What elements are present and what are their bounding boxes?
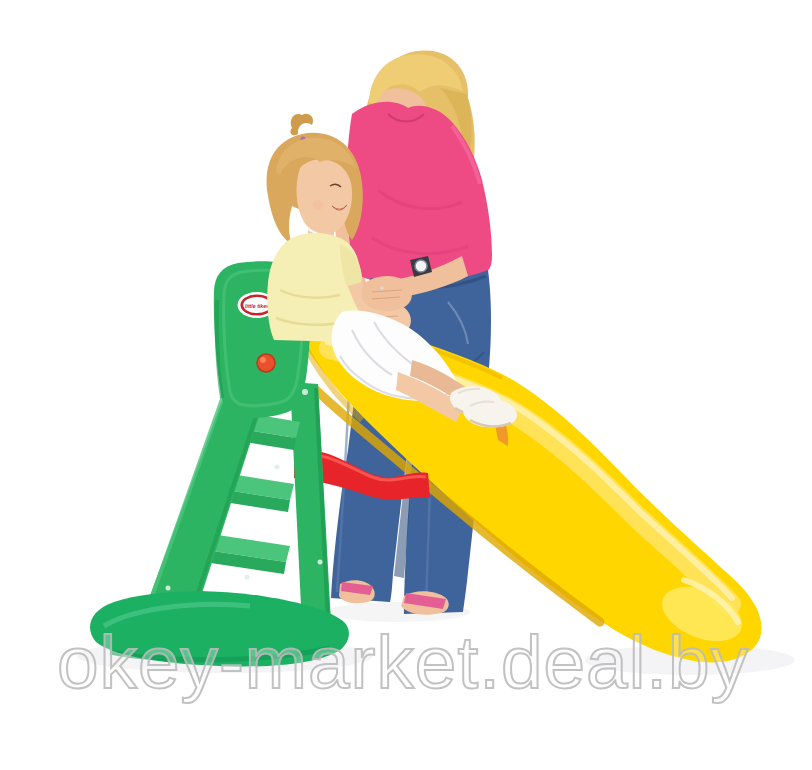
screw-1 — [302, 389, 308, 395]
child-cheek — [313, 200, 323, 210]
screw-5 — [318, 560, 323, 565]
screw-2 — [275, 465, 280, 470]
panel-button — [257, 354, 275, 372]
woman-hand — [362, 276, 413, 311]
photo-canvas: little tikes — [0, 0, 812, 770]
product-photo: little tikes — [0, 0, 812, 770]
logo-text: little tikes — [245, 303, 269, 309]
screw-4 — [166, 586, 171, 591]
screw-3 — [245, 575, 250, 580]
woman-ring — [380, 286, 384, 290]
child-face — [297, 159, 353, 234]
watermark-text: okey-market.deal.by — [57, 621, 749, 704]
panel-button-highlight — [260, 357, 266, 363]
watch-face — [415, 260, 427, 272]
